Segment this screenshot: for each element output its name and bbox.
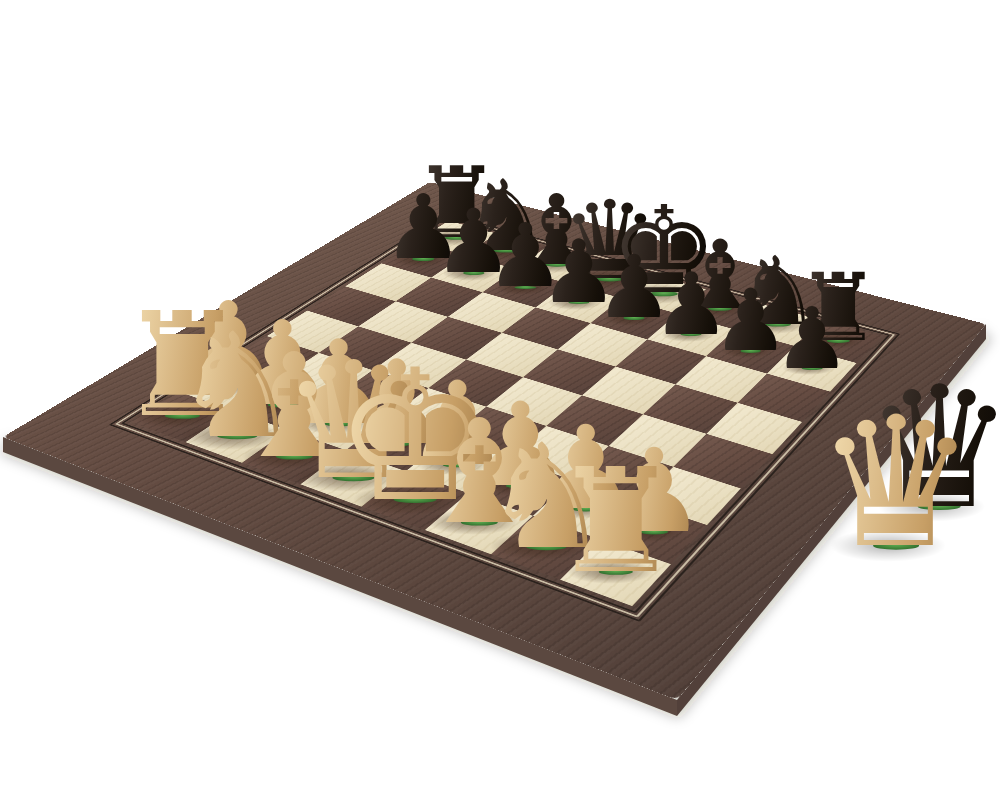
white-queen-glyph: ♛	[815, 393, 976, 573]
white-rook-glyph: ♜	[551, 450, 680, 594]
chess-set-photo: ♜♞♝♛♚♝♞♜♟♟♟♟♟♟♟♟♟♟♟♟♟♟♟♟♜♞♝♛♚♝♞♜♛♛	[0, 0, 1000, 800]
black-pawn-glyph: ♟	[774, 296, 850, 381]
